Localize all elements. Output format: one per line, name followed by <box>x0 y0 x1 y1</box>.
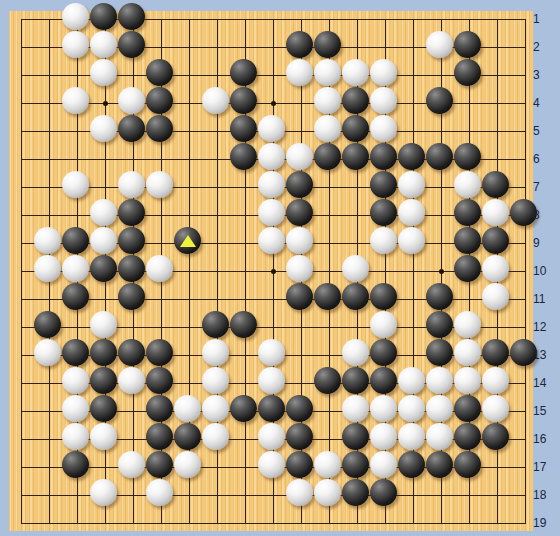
stone-white <box>482 199 509 226</box>
row-label-strip: 12345678910111213141516171819 <box>533 0 560 536</box>
stone-black <box>454 423 481 450</box>
stone-black <box>174 423 201 450</box>
stone-black <box>286 199 313 226</box>
stone-white <box>258 227 285 254</box>
stone-black <box>398 451 425 478</box>
row-label: 4 <box>533 97 553 109</box>
stone-white <box>258 423 285 450</box>
stone-white <box>454 311 481 338</box>
stone-black <box>146 395 173 422</box>
stone-black <box>146 423 173 450</box>
stone-white <box>174 451 201 478</box>
stone-black <box>454 143 481 170</box>
stone-white <box>398 423 425 450</box>
stone-black <box>370 199 397 226</box>
stone-white <box>314 59 341 86</box>
stone-white <box>426 423 453 450</box>
stone-white <box>482 283 509 310</box>
stone-white <box>258 115 285 142</box>
stone-black <box>370 479 397 506</box>
stone-white <box>90 423 117 450</box>
row-label: 11 <box>533 293 553 305</box>
window-background: 12345678910111213141516171819 <box>0 0 560 536</box>
stone-black <box>230 59 257 86</box>
row-label: 17 <box>533 461 553 473</box>
stone-white <box>146 479 173 506</box>
stone-black <box>342 143 369 170</box>
stone-black <box>62 227 89 254</box>
row-label: 19 <box>533 517 553 529</box>
stone-black <box>230 143 257 170</box>
stone-white <box>370 59 397 86</box>
row-label: 7 <box>533 181 553 193</box>
stone-white <box>258 171 285 198</box>
stone-black <box>230 311 257 338</box>
stone-black <box>426 451 453 478</box>
stone-black <box>34 311 61 338</box>
stone-white <box>62 31 89 58</box>
stone-white <box>426 395 453 422</box>
row-label: 8 <box>533 209 553 221</box>
stone-white <box>454 367 481 394</box>
row-label: 5 <box>533 125 553 137</box>
stone-white <box>62 87 89 114</box>
stone-white <box>370 395 397 422</box>
stone-black <box>314 283 341 310</box>
stone-black <box>342 423 369 450</box>
stone-white <box>398 227 425 254</box>
stone-black <box>342 451 369 478</box>
star-point <box>103 101 108 106</box>
stone-white <box>34 227 61 254</box>
stone-white <box>454 339 481 366</box>
grid-line-vertical <box>525 19 526 524</box>
stone-white <box>90 199 117 226</box>
stone-white <box>286 143 313 170</box>
stone-black <box>370 143 397 170</box>
stone-black <box>286 31 313 58</box>
stone-white <box>314 87 341 114</box>
stone-white <box>258 143 285 170</box>
row-label: 9 <box>533 237 553 249</box>
row-label: 15 <box>533 405 553 417</box>
stone-white <box>398 367 425 394</box>
stone-black <box>370 339 397 366</box>
stone-white <box>90 311 117 338</box>
stone-white <box>342 59 369 86</box>
stone-black <box>454 227 481 254</box>
stone-white <box>62 255 89 282</box>
stone-white <box>258 367 285 394</box>
stone-black <box>314 367 341 394</box>
stone-white <box>202 339 229 366</box>
stone-white <box>118 367 145 394</box>
stone-white <box>118 451 145 478</box>
stone-white <box>314 479 341 506</box>
row-label: 1 <box>533 13 553 25</box>
star-point <box>271 269 276 274</box>
stone-white <box>202 367 229 394</box>
stone-black <box>118 31 145 58</box>
stone-black <box>398 143 425 170</box>
stone-black <box>146 367 173 394</box>
stone-black <box>230 115 257 142</box>
stone-black <box>286 451 313 478</box>
stone-black <box>426 311 453 338</box>
stone-white <box>426 367 453 394</box>
stone-black <box>146 87 173 114</box>
stone-black <box>62 283 89 310</box>
stone-black <box>286 395 313 422</box>
stone-white <box>62 367 89 394</box>
stone-black <box>62 451 89 478</box>
stone-black <box>62 339 89 366</box>
stone-white <box>342 255 369 282</box>
stone-black <box>286 171 313 198</box>
stone-black <box>90 395 117 422</box>
stone-black <box>342 367 369 394</box>
stone-black <box>286 283 313 310</box>
stone-white <box>202 87 229 114</box>
stone-white <box>286 479 313 506</box>
stone-white <box>258 199 285 226</box>
stone-white <box>482 255 509 282</box>
stone-white <box>62 3 89 30</box>
row-label: 3 <box>533 69 553 81</box>
stone-black <box>118 199 145 226</box>
stone-white <box>258 451 285 478</box>
row-label: 10 <box>533 265 553 277</box>
stone-black <box>118 3 145 30</box>
stone-black <box>90 3 117 30</box>
goban[interactable] <box>9 11 533 531</box>
stone-black <box>342 87 369 114</box>
stone-black <box>118 339 145 366</box>
stone-white <box>62 395 89 422</box>
stone-black <box>482 339 509 366</box>
stone-black <box>202 311 229 338</box>
stone-white <box>258 339 285 366</box>
stone-white <box>202 395 229 422</box>
stone-black <box>454 395 481 422</box>
stone-black <box>482 171 509 198</box>
stone-black <box>286 423 313 450</box>
stone-black <box>426 339 453 366</box>
stone-black <box>314 143 341 170</box>
stone-white <box>90 115 117 142</box>
stone-black <box>482 227 509 254</box>
stone-black <box>454 59 481 86</box>
stone-white <box>90 479 117 506</box>
stone-black <box>342 479 369 506</box>
stone-white <box>286 255 313 282</box>
stone-white <box>454 171 481 198</box>
stone-white <box>118 171 145 198</box>
stone-black <box>230 87 257 114</box>
stone-white <box>146 255 173 282</box>
stone-white <box>90 31 117 58</box>
stone-black <box>174 227 201 254</box>
stone-white <box>314 115 341 142</box>
stone-black <box>118 115 145 142</box>
stone-black <box>146 339 173 366</box>
stone-black <box>258 395 285 422</box>
stone-black <box>370 171 397 198</box>
stone-white <box>34 255 61 282</box>
stone-black <box>314 31 341 58</box>
stone-white <box>398 199 425 226</box>
row-label: 16 <box>533 433 553 445</box>
stone-white <box>90 59 117 86</box>
stone-white <box>482 367 509 394</box>
row-label: 14 <box>533 377 553 389</box>
stone-white <box>146 171 173 198</box>
stone-white <box>370 311 397 338</box>
stone-black <box>146 59 173 86</box>
stone-black <box>426 283 453 310</box>
row-label: 12 <box>533 321 553 333</box>
stone-black <box>454 31 481 58</box>
stone-black <box>454 451 481 478</box>
stone-black <box>454 255 481 282</box>
stone-black <box>426 87 453 114</box>
stone-white <box>426 31 453 58</box>
stone-black <box>370 367 397 394</box>
grid-line-horizontal <box>21 523 526 524</box>
stone-white <box>286 227 313 254</box>
stone-black <box>118 227 145 254</box>
row-label: 13 <box>533 349 553 361</box>
stone-black <box>90 255 117 282</box>
stone-black <box>90 339 117 366</box>
last-move-triangle-marker <box>180 235 196 247</box>
stone-white <box>62 423 89 450</box>
row-label: 6 <box>533 153 553 165</box>
stone-black <box>342 115 369 142</box>
stone-white <box>370 451 397 478</box>
stone-black <box>118 255 145 282</box>
stone-white <box>314 451 341 478</box>
stone-white <box>342 339 369 366</box>
stone-black <box>230 395 257 422</box>
stone-white <box>90 227 117 254</box>
stone-black <box>90 367 117 394</box>
stone-white <box>342 395 369 422</box>
stone-white <box>398 171 425 198</box>
stone-white <box>174 395 201 422</box>
stone-white <box>34 339 61 366</box>
star-point <box>271 101 276 106</box>
stone-black <box>342 283 369 310</box>
stone-black <box>146 115 173 142</box>
stone-white <box>370 227 397 254</box>
stone-white <box>398 395 425 422</box>
stone-white <box>118 87 145 114</box>
stone-black <box>482 423 509 450</box>
stone-white <box>62 171 89 198</box>
stone-white <box>370 87 397 114</box>
stone-black <box>370 283 397 310</box>
stone-white <box>370 423 397 450</box>
stone-white <box>202 423 229 450</box>
star-point <box>439 269 444 274</box>
row-label: 2 <box>533 41 553 53</box>
stone-white <box>370 115 397 142</box>
stone-black <box>454 199 481 226</box>
stone-black <box>146 451 173 478</box>
stone-white <box>482 395 509 422</box>
stone-black <box>426 143 453 170</box>
stone-white <box>286 59 313 86</box>
row-label: 18 <box>533 489 553 501</box>
stone-black <box>118 283 145 310</box>
